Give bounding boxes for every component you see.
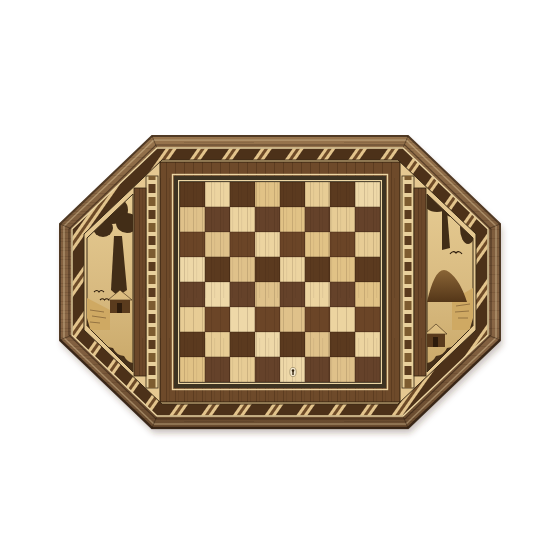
- marquetry-chessboard: [0, 0, 560, 560]
- square-f1[interactable]: [305, 357, 330, 382]
- square-g4[interactable]: [330, 282, 355, 307]
- square-h2[interactable]: [355, 332, 380, 357]
- square-d6[interactable]: [255, 232, 280, 257]
- square-f5[interactable]: [305, 257, 330, 282]
- square-e7[interactable]: [280, 207, 305, 232]
- board-photo: [0, 0, 560, 560]
- square-a7[interactable]: [180, 207, 205, 232]
- square-b3[interactable]: [205, 307, 230, 332]
- square-h7[interactable]: [355, 207, 380, 232]
- right-walnut-strip: [414, 188, 426, 376]
- square-a6[interactable]: [180, 232, 205, 257]
- square-f7[interactable]: [305, 207, 330, 232]
- square-h6[interactable]: [355, 232, 380, 257]
- square-h4[interactable]: [355, 282, 380, 307]
- square-a2[interactable]: [180, 332, 205, 357]
- left-dash-column: [146, 176, 158, 388]
- square-d2[interactable]: [255, 332, 280, 357]
- chessboard-panel: [160, 162, 400, 402]
- square-e5[interactable]: [280, 257, 305, 282]
- square-f4[interactable]: [305, 282, 330, 307]
- square-g2[interactable]: [330, 332, 355, 357]
- square-d4[interactable]: [255, 282, 280, 307]
- square-c4[interactable]: [230, 282, 255, 307]
- square-d8[interactable]: [255, 182, 280, 207]
- square-c5[interactable]: [230, 257, 255, 282]
- square-e2[interactable]: [280, 332, 305, 357]
- square-f6[interactable]: [305, 232, 330, 257]
- square-e4[interactable]: [280, 282, 305, 307]
- left-walnut-strip: [134, 188, 146, 376]
- square-g7[interactable]: [330, 207, 355, 232]
- square-d3[interactable]: [255, 307, 280, 332]
- square-g1[interactable]: [330, 357, 355, 382]
- square-f2[interactable]: [305, 332, 330, 357]
- square-e8[interactable]: [280, 182, 305, 207]
- square-h1[interactable]: [355, 357, 380, 382]
- square-c3[interactable]: [230, 307, 255, 332]
- square-b4[interactable]: [205, 282, 230, 307]
- square-e6[interactable]: [280, 232, 305, 257]
- square-b5[interactable]: [205, 257, 230, 282]
- square-a8[interactable]: [180, 182, 205, 207]
- square-d5[interactable]: [255, 257, 280, 282]
- square-h5[interactable]: [355, 257, 380, 282]
- keyhole-escutcheon: [290, 367, 296, 376]
- square-b6[interactable]: [205, 232, 230, 257]
- square-g3[interactable]: [330, 307, 355, 332]
- square-b2[interactable]: [205, 332, 230, 357]
- square-c1[interactable]: [230, 357, 255, 382]
- square-g8[interactable]: [330, 182, 355, 207]
- square-d7[interactable]: [255, 207, 280, 232]
- square-g5[interactable]: [330, 257, 355, 282]
- right-dash-column: [402, 176, 414, 388]
- square-a3[interactable]: [180, 307, 205, 332]
- square-a5[interactable]: [180, 257, 205, 282]
- square-g6[interactable]: [330, 232, 355, 257]
- square-a1[interactable]: [180, 357, 205, 382]
- square-b7[interactable]: [205, 207, 230, 232]
- square-h3[interactable]: [355, 307, 380, 332]
- square-c7[interactable]: [230, 207, 255, 232]
- square-a4[interactable]: [180, 282, 205, 307]
- square-c8[interactable]: [230, 182, 255, 207]
- square-c2[interactable]: [230, 332, 255, 357]
- square-c6[interactable]: [230, 232, 255, 257]
- square-h8[interactable]: [355, 182, 380, 207]
- chessboard-squares: [180, 182, 380, 382]
- square-b1[interactable]: [205, 357, 230, 382]
- square-f3[interactable]: [305, 307, 330, 332]
- square-b8[interactable]: [205, 182, 230, 207]
- square-e3[interactable]: [280, 307, 305, 332]
- square-f8[interactable]: [305, 182, 330, 207]
- square-d1[interactable]: [255, 357, 280, 382]
